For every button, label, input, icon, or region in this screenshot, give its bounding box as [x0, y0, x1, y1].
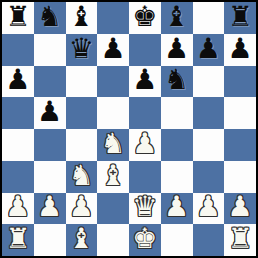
square-e1[interactable]: ♚ — [129, 224, 161, 256]
white-queen[interactable]: ♛ — [132, 193, 157, 221]
square-d4[interactable]: ♞ — [97, 129, 129, 161]
square-d5[interactable] — [97, 97, 129, 129]
square-h8[interactable]: ♜ — [224, 2, 256, 34]
square-b5[interactable]: ♟ — [34, 97, 66, 129]
square-e5[interactable] — [129, 97, 161, 129]
white-king[interactable]: ♚ — [132, 225, 157, 253]
square-c2[interactable]: ♟ — [66, 193, 98, 225]
black-pawn[interactable]: ♟ — [228, 35, 253, 63]
square-c1[interactable]: ♝ — [66, 224, 98, 256]
white-pawn[interactable]: ♟ — [132, 130, 157, 158]
square-a4[interactable] — [2, 129, 34, 161]
square-e4[interactable]: ♟ — [129, 129, 161, 161]
square-e2[interactable]: ♛ — [129, 193, 161, 225]
black-king[interactable]: ♚ — [132, 3, 157, 31]
black-bishop[interactable]: ♝ — [69, 3, 94, 31]
square-f6[interactable]: ♞ — [161, 66, 193, 98]
black-queen[interactable]: ♛ — [69, 35, 94, 63]
square-c6[interactable] — [66, 66, 98, 98]
square-h3[interactable] — [224, 161, 256, 193]
square-g1[interactable] — [193, 224, 225, 256]
black-rook[interactable]: ♜ — [5, 3, 30, 31]
square-a6[interactable]: ♟ — [2, 66, 34, 98]
white-knight[interactable]: ♞ — [101, 130, 126, 158]
square-h2[interactable]: ♟ — [224, 193, 256, 225]
square-f2[interactable]: ♟ — [161, 193, 193, 225]
white-rook[interactable]: ♜ — [5, 225, 30, 253]
white-pawn[interactable]: ♟ — [164, 193, 189, 221]
chess-board-window: ♜♞♝♚♝♜♛♟♟♟♟♟♟♞♟♞♟♞♝♟♟♟♛♟♟♟♜♝♚♜ — [0, 0, 258, 258]
square-c3[interactable]: ♞ — [66, 161, 98, 193]
white-pawn[interactable]: ♟ — [5, 193, 30, 221]
square-a8[interactable]: ♜ — [2, 2, 34, 34]
square-h5[interactable] — [224, 97, 256, 129]
square-g3[interactable] — [193, 161, 225, 193]
white-pawn[interactable]: ♟ — [228, 193, 253, 221]
square-e3[interactable] — [129, 161, 161, 193]
black-pawn[interactable]: ♟ — [5, 66, 30, 94]
square-h7[interactable]: ♟ — [224, 34, 256, 66]
black-rook[interactable]: ♜ — [228, 3, 253, 31]
black-bishop[interactable]: ♝ — [164, 3, 189, 31]
chess-board: ♜♞♝♚♝♜♛♟♟♟♟♟♟♞♟♞♟♞♝♟♟♟♛♟♟♟♜♝♚♜ — [0, 0, 258, 258]
black-knight[interactable]: ♞ — [164, 66, 189, 94]
square-h1[interactable]: ♜ — [224, 224, 256, 256]
white-rook[interactable]: ♜ — [228, 225, 253, 253]
square-h4[interactable] — [224, 129, 256, 161]
square-g8[interactable] — [193, 2, 225, 34]
square-f1[interactable] — [161, 224, 193, 256]
square-c4[interactable] — [66, 129, 98, 161]
white-pawn[interactable]: ♟ — [37, 193, 62, 221]
square-b1[interactable] — [34, 224, 66, 256]
square-e8[interactable]: ♚ — [129, 2, 161, 34]
square-b2[interactable]: ♟ — [34, 193, 66, 225]
square-e6[interactable]: ♟ — [129, 66, 161, 98]
square-d2[interactable] — [97, 193, 129, 225]
square-f8[interactable]: ♝ — [161, 2, 193, 34]
black-pawn[interactable]: ♟ — [37, 98, 62, 126]
square-d1[interactable] — [97, 224, 129, 256]
square-g2[interactable]: ♟ — [193, 193, 225, 225]
square-f4[interactable] — [161, 129, 193, 161]
white-bishop[interactable]: ♝ — [101, 162, 126, 190]
square-d6[interactable] — [97, 66, 129, 98]
square-a7[interactable] — [2, 34, 34, 66]
square-a2[interactable]: ♟ — [2, 193, 34, 225]
black-pawn[interactable]: ♟ — [164, 35, 189, 63]
white-knight[interactable]: ♞ — [69, 162, 94, 190]
square-a5[interactable] — [2, 97, 34, 129]
white-pawn[interactable]: ♟ — [69, 193, 94, 221]
square-c5[interactable] — [66, 97, 98, 129]
square-b6[interactable] — [34, 66, 66, 98]
square-d7[interactable]: ♟ — [97, 34, 129, 66]
square-f5[interactable] — [161, 97, 193, 129]
square-g4[interactable] — [193, 129, 225, 161]
square-a1[interactable]: ♜ — [2, 224, 34, 256]
black-pawn[interactable]: ♟ — [101, 35, 126, 63]
square-g7[interactable]: ♟ — [193, 34, 225, 66]
square-g6[interactable] — [193, 66, 225, 98]
square-b4[interactable] — [34, 129, 66, 161]
square-b3[interactable] — [34, 161, 66, 193]
square-c7[interactable]: ♛ — [66, 34, 98, 66]
square-a3[interactable] — [2, 161, 34, 193]
square-f3[interactable] — [161, 161, 193, 193]
square-d3[interactable]: ♝ — [97, 161, 129, 193]
square-g5[interactable] — [193, 97, 225, 129]
black-pawn[interactable]: ♟ — [196, 35, 221, 63]
square-d8[interactable] — [97, 2, 129, 34]
black-pawn[interactable]: ♟ — [132, 66, 157, 94]
white-bishop[interactable]: ♝ — [69, 225, 94, 253]
square-c8[interactable]: ♝ — [66, 2, 98, 34]
square-b7[interactable] — [34, 34, 66, 66]
square-e7[interactable] — [129, 34, 161, 66]
black-knight[interactable]: ♞ — [37, 3, 62, 31]
square-h6[interactable] — [224, 66, 256, 98]
square-b8[interactable]: ♞ — [34, 2, 66, 34]
square-f7[interactable]: ♟ — [161, 34, 193, 66]
white-pawn[interactable]: ♟ — [196, 193, 221, 221]
